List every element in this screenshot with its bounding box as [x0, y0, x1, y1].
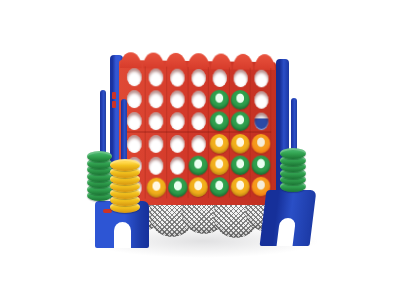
cell-r6-c2 [146, 176, 167, 198]
yellow-disc [146, 178, 166, 198]
cell-r5-c3 [167, 154, 188, 176]
cell-r3-c6 [230, 111, 251, 133]
green-ring-stack-left [87, 151, 112, 201]
cell-r5-c4 [188, 154, 209, 176]
green-ring [87, 151, 112, 162]
cell-r2-c6 [230, 89, 251, 111]
connect-four-board [119, 60, 276, 209]
cell-r4-c4 [188, 133, 209, 155]
green-disc [252, 155, 271, 175]
empty-hole [149, 135, 164, 153]
yellow-disc [231, 177, 250, 197]
red-lock-button-lower [112, 101, 116, 108]
yellow-ring-stack-left [110, 159, 140, 213]
empty-hole [191, 113, 205, 131]
cell-r6-c5 [209, 176, 230, 198]
cell-r2-c2 [146, 88, 167, 110]
green-disc [231, 90, 250, 110]
cell-r1-c1 [124, 66, 146, 88]
cell-r1-c7 [251, 68, 272, 90]
cell-r2-c7 [251, 89, 272, 111]
cell-r3-c7 [251, 111, 272, 133]
yellow-ring [110, 159, 140, 171]
cell-r2-c1 [124, 88, 146, 110]
yellow-disc [231, 134, 250, 154]
cell-r4-c5 [209, 133, 230, 155]
empty-hole [170, 113, 185, 131]
cell-r2-c3 [167, 89, 188, 111]
product-photo-stage [0, 0, 400, 305]
cell-r4-c1 [124, 132, 146, 154]
empty-hole [191, 69, 205, 87]
cell-r2-c5 [209, 89, 230, 111]
ring-post-right [291, 98, 297, 154]
cell-r3-c1 [124, 110, 146, 132]
cell-r5-c5 [209, 154, 230, 176]
green-disc [210, 112, 229, 132]
board-grid [124, 66, 271, 199]
right-leg-arch-cutout [277, 218, 296, 246]
cell-r3-c2 [146, 110, 167, 132]
yellow-disc [252, 134, 271, 153]
cell-r6-c4 [188, 176, 209, 198]
cell-r1-c4 [188, 67, 209, 89]
cell-r1-c3 [167, 67, 188, 89]
cell-r4-c2 [146, 132, 167, 154]
cell-r5-c7 [251, 154, 272, 176]
empty-hole [149, 68, 164, 86]
cell-r5-c6 [230, 154, 251, 176]
cell-r4-c7 [251, 133, 272, 155]
cell-r3-c4 [188, 111, 209, 133]
cell-r6-c3 [167, 176, 188, 198]
empty-hole [170, 135, 185, 153]
cell-r3-c3 [167, 111, 188, 133]
empty-hole [254, 70, 268, 88]
empty-hole [127, 135, 142, 153]
frame-right-leg [260, 190, 317, 246]
ring-post-left-back [100, 90, 106, 158]
empty-hole [127, 90, 142, 108]
empty-hole [149, 113, 164, 131]
green-disc [210, 90, 229, 110]
empty-hole [170, 91, 185, 109]
ring-post-left-front [121, 99, 127, 165]
empty-hole [254, 91, 268, 109]
left-leg-arch-cutout [114, 222, 131, 248]
empty-hole [127, 112, 142, 130]
empty-hole [212, 69, 226, 87]
empty-hole [254, 113, 268, 131]
yellow-disc [210, 134, 229, 154]
green-ring [280, 148, 306, 159]
cell-r1-c2 [146, 66, 167, 88]
empty-hole [127, 68, 142, 86]
empty-hole [191, 91, 205, 109]
green-ring-stack-right [280, 148, 306, 192]
cell-r4-c3 [167, 133, 188, 155]
empty-hole [170, 69, 185, 87]
cell-r3-c5 [209, 111, 230, 133]
green-disc [231, 112, 250, 132]
red-lock-button [112, 92, 116, 99]
cell-r5-c2 [146, 154, 167, 176]
cell-r6-c6 [230, 176, 251, 198]
green-disc [168, 177, 187, 197]
cell-r4-c6 [230, 133, 251, 155]
empty-hole [149, 90, 164, 108]
yellow-disc [189, 177, 208, 197]
yellow-disc [210, 155, 229, 175]
empty-hole [149, 157, 164, 175]
empty-hole [170, 156, 185, 174]
cell-r2-c4 [188, 89, 209, 111]
cell-r1-c6 [230, 67, 251, 89]
green-disc [210, 177, 229, 197]
green-disc [231, 155, 250, 175]
cell-r1-c5 [209, 67, 230, 89]
empty-hole [233, 70, 247, 88]
green-disc [189, 155, 208, 175]
empty-hole [191, 135, 205, 153]
